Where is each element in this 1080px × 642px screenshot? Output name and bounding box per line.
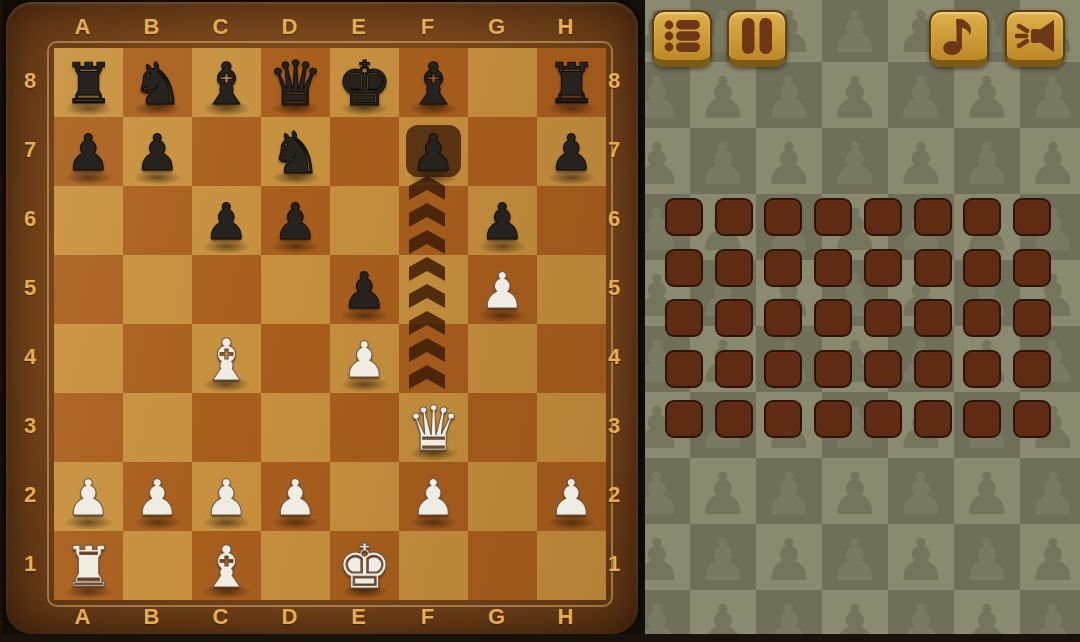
- bg-pawn-tile: ♟: [756, 128, 822, 194]
- black-pawn-b7[interactable]: ♟: [123, 117, 192, 186]
- pawn-glyph: ♟: [261, 465, 330, 531]
- file-label-top-g: G: [462, 14, 531, 40]
- captured-slot: [914, 350, 952, 388]
- captured-slot: [764, 350, 802, 388]
- file-label-bottom-d: D: [255, 604, 324, 630]
- captured-slot: [715, 400, 753, 438]
- bishop-glyph: ♝: [192, 51, 261, 117]
- pawn-glyph: ♟: [399, 120, 468, 186]
- black-knight-d7[interactable]: ♞: [261, 117, 330, 186]
- rank-label-left-7: 7: [16, 115, 44, 184]
- bg-pawn-tile: ♟: [822, 0, 888, 62]
- knight-glyph: ♞: [261, 120, 330, 186]
- white-pawn-f2[interactable]: ♟: [399, 462, 468, 531]
- pawn-glyph: ♟: [192, 189, 261, 255]
- pawn-glyph: ♟: [468, 189, 537, 255]
- captured-slot: [814, 299, 852, 337]
- king-glyph: ♚: [330, 534, 399, 600]
- pawn-glyph: ♟: [192, 465, 261, 531]
- file-label-top-f: F: [393, 14, 462, 40]
- pawn-silhouette-icon: ♟: [645, 62, 690, 128]
- rook-glyph: ♜: [537, 51, 606, 117]
- file-label-bottom-g: G: [462, 604, 531, 630]
- rank-label-left-2: 2: [16, 460, 44, 529]
- side-panel: ♟♟♟♟♟♟♟♟♟♟♟♟♟♟♟♟♟♟♟♟♟♟♟♟♟♟♟♟♟♟♟♟♟♟♟♟♟♟♟♟…: [645, 0, 1080, 642]
- captured-slot: [1013, 249, 1051, 287]
- pawn-glyph: ♟: [537, 465, 606, 531]
- white-pawn-d2[interactable]: ♟: [261, 462, 330, 531]
- black-pawn-d6[interactable]: ♟: [261, 186, 330, 255]
- white-rook-a1[interactable]: ♜: [54, 531, 123, 600]
- white-pawn-g5[interactable]: ♟: [468, 255, 537, 324]
- file-label-top-e: E: [324, 14, 393, 40]
- black-rook-a8[interactable]: ♜: [54, 48, 123, 117]
- black-queen-d8[interactable]: ♛: [261, 48, 330, 117]
- pawn-silhouette-icon: ♟: [1020, 128, 1080, 194]
- captured-slot: [914, 249, 952, 287]
- pawn-silhouette-icon: ♟: [822, 62, 888, 128]
- captured-slot: [963, 400, 1001, 438]
- bg-pawn-tile: ♟: [690, 62, 756, 128]
- bg-pawn-tile: ♟: [888, 62, 954, 128]
- bg-pawn-tile: ♟: [954, 524, 1020, 590]
- bg-pawn-tile: ♟: [645, 524, 690, 590]
- menu-button[interactable]: [652, 10, 712, 67]
- rank-label-left-8: 8: [16, 46, 44, 115]
- pieces-layer: ♜♞♝♛♚♝♜♟♟♞♟♟♟♟♟♟♟♝♟♛♟♟♟♟♟♟♜♝♚: [54, 48, 606, 600]
- bg-pawn-tile: ♟: [690, 458, 756, 524]
- black-king-e8[interactable]: ♚: [330, 48, 399, 117]
- pawn-silhouette-icon: ♟: [888, 128, 954, 194]
- rank-label-left-3: 3: [16, 391, 44, 460]
- bg-pawn-tile: ♟: [645, 62, 690, 128]
- captured-slot: [814, 400, 852, 438]
- pawn-glyph: ♟: [330, 327, 399, 393]
- pawn-silhouette-icon: ♟: [645, 128, 690, 194]
- pawn-silhouette-icon: ♟: [1020, 62, 1080, 128]
- pawn-silhouette-icon: ♟: [822, 524, 888, 590]
- pawn-silhouette-icon: ♟: [822, 128, 888, 194]
- captured-slot: [814, 198, 852, 236]
- white-pawn-e4[interactable]: ♟: [330, 324, 399, 393]
- pawn-silhouette-icon: ♟: [690, 524, 756, 590]
- black-bishop-f8[interactable]: ♝: [399, 48, 468, 117]
- captured-slot: [715, 299, 753, 337]
- sound-button[interactable]: [1005, 10, 1065, 67]
- chess-app: AABBCCDDEEFFGGHH8877665544332211 ♜♞♝♛♚♝♜…: [0, 0, 1080, 642]
- file-label-bottom-e: E: [324, 604, 393, 630]
- captured-slot: [715, 249, 753, 287]
- bg-pawn-tile: ♟: [888, 524, 954, 590]
- pawn-silhouette-icon: ♟: [756, 128, 822, 194]
- bishop-glyph: ♝: [192, 327, 261, 393]
- captured-slot: [864, 350, 902, 388]
- rook-glyph: ♜: [54, 51, 123, 117]
- captured-slot: [963, 299, 1001, 337]
- rank-label-left-4: 4: [16, 322, 44, 391]
- bg-pawn-tile: ♟: [1020, 128, 1080, 194]
- captured-slot: [715, 198, 753, 236]
- bishop-glyph: ♝: [192, 534, 261, 600]
- bg-pawn-tile: ♟: [756, 62, 822, 128]
- board-frame: AABBCCDDEEFFGGHH8877665544332211 ♜♞♝♛♚♝♜…: [6, 2, 638, 634]
- black-pawn-c6[interactable]: ♟: [192, 186, 261, 255]
- file-label-top-c: C: [186, 14, 255, 40]
- captured-slot: [764, 249, 802, 287]
- captured-slot: [814, 350, 852, 388]
- list-icon: [662, 16, 702, 56]
- pawn-silhouette-icon: ♟: [645, 524, 690, 590]
- black-pawn-a7[interactable]: ♟: [54, 117, 123, 186]
- pawn-silhouette-icon: ♟: [954, 458, 1020, 524]
- captured-slot: [914, 198, 952, 236]
- white-pawn-h2[interactable]: ♟: [537, 462, 606, 531]
- pawn-silhouette-icon: ♟: [888, 62, 954, 128]
- queen-glyph: ♛: [261, 51, 330, 117]
- captured-slot: [715, 350, 753, 388]
- captured-slot: [764, 198, 802, 236]
- pawn-silhouette-icon: ♟: [954, 62, 1020, 128]
- bg-pawn-tile: ♟: [1020, 524, 1080, 590]
- file-label-bottom-f: F: [393, 604, 462, 630]
- pawn-silhouette-icon: ♟: [954, 524, 1020, 590]
- white-pawn-a2[interactable]: ♟: [54, 462, 123, 531]
- pawn-silhouette-icon: ♟: [756, 62, 822, 128]
- file-label-bottom-b: B: [117, 604, 186, 630]
- pawn-silhouette-icon: ♟: [690, 62, 756, 128]
- pawn-glyph: ♟: [399, 465, 468, 531]
- bg-pawn-tile: ♟: [690, 524, 756, 590]
- rank-label-left-6: 6: [16, 184, 44, 253]
- king-glyph: ♚: [330, 51, 399, 117]
- knight-glyph: ♞: [123, 51, 192, 117]
- bg-pawn-tile: ♟: [822, 62, 888, 128]
- captured-slot: [1013, 198, 1051, 236]
- pawn-silhouette-icon: ♟: [645, 458, 690, 524]
- white-bishop-c1[interactable]: ♝: [192, 531, 261, 600]
- pawn-silhouette-icon: ♟: [690, 128, 756, 194]
- bottom-edge-bar: [0, 634, 1080, 642]
- captured-slot: [864, 400, 902, 438]
- speaker-icon: [1014, 15, 1056, 57]
- bg-pawn-tile: ♟: [954, 458, 1020, 524]
- file-label-bottom-a: A: [48, 604, 117, 630]
- pawn-silhouette-icon: ♟: [1020, 458, 1080, 524]
- pawn-glyph: ♟: [54, 465, 123, 531]
- bg-pawn-tile: ♟: [822, 524, 888, 590]
- black-knight-b8[interactable]: ♞: [123, 48, 192, 117]
- captured-slot: [764, 299, 802, 337]
- bishop-glyph: ♝: [399, 51, 468, 117]
- rank-label-left-5: 5: [16, 253, 44, 322]
- bg-pawn-tile: ♟: [1020, 458, 1080, 524]
- bg-pawn-tile: ♟: [1020, 62, 1080, 128]
- white-pawn-c2[interactable]: ♟: [192, 462, 261, 531]
- bg-pawn-tile: ♟: [756, 524, 822, 590]
- bg-pawn-tile: ♟: [690, 128, 756, 194]
- captured-slot: [963, 249, 1001, 287]
- pawn-glyph: ♟: [537, 120, 606, 186]
- pawn-silhouette-icon: ♟: [756, 458, 822, 524]
- bg-pawn-tile: ♟: [645, 458, 690, 524]
- captured-slot: [1013, 400, 1051, 438]
- pawn-silhouette-icon: ♟: [1020, 524, 1080, 590]
- black-pawn-f7[interactable]: ♟: [399, 117, 468, 186]
- white-queen-f3[interactable]: ♛: [399, 393, 468, 462]
- pawn-silhouette-icon: ♟: [888, 524, 954, 590]
- captured-slot: [1013, 299, 1051, 337]
- rank-label-left-1: 1: [16, 529, 44, 598]
- pawn-silhouette-icon: ♟: [756, 524, 822, 590]
- captured-slot: [963, 350, 1001, 388]
- pawn-glyph: ♟: [468, 258, 537, 324]
- pawn-glyph: ♟: [123, 465, 192, 531]
- captured-slot: [814, 249, 852, 287]
- captured-slot: [665, 249, 703, 287]
- file-label-top-h: H: [531, 14, 600, 40]
- queen-glyph: ♛: [399, 396, 468, 462]
- pawn-silhouette-icon: ♟: [888, 458, 954, 524]
- captured-slot: [914, 400, 952, 438]
- bg-pawn-tile: ♟: [888, 458, 954, 524]
- captured-slot: [963, 198, 1001, 236]
- pawn-silhouette-icon: ♟: [822, 458, 888, 524]
- captured-slot: [665, 299, 703, 337]
- bg-pawn-tile: ♟: [888, 128, 954, 194]
- file-label-bottom-h: H: [531, 604, 600, 630]
- captured-slot: [665, 198, 703, 236]
- pawn-glyph: ♟: [123, 120, 192, 186]
- pawn-glyph: ♟: [261, 189, 330, 255]
- music-button[interactable]: [929, 10, 989, 67]
- black-rook-h8[interactable]: ♜: [537, 48, 606, 117]
- captured-slot: [864, 198, 902, 236]
- pawn-glyph: ♟: [330, 258, 399, 324]
- pause-icon: [738, 16, 776, 56]
- captured-slot: [764, 400, 802, 438]
- captured-slot: [864, 299, 902, 337]
- pawn-silhouette-icon: ♟: [690, 458, 756, 524]
- white-king-e1[interactable]: ♚: [330, 531, 399, 600]
- bg-pawn-tile: ♟: [756, 458, 822, 524]
- captured-slot: [665, 400, 703, 438]
- black-pawn-g6[interactable]: ♟: [468, 186, 537, 255]
- file-label-bottom-c: C: [186, 604, 255, 630]
- white-bishop-c4[interactable]: ♝: [192, 324, 261, 393]
- bg-pawn-tile: ♟: [645, 128, 690, 194]
- pawn-silhouette-icon: ♟: [822, 0, 888, 62]
- file-label-top-a: A: [48, 14, 117, 40]
- pause-button[interactable]: [727, 10, 787, 67]
- captured-slot: [665, 350, 703, 388]
- black-pawn-e5[interactable]: ♟: [330, 255, 399, 324]
- bg-pawn-tile: ♟: [822, 458, 888, 524]
- file-label-top-b: B: [117, 14, 186, 40]
- bg-pawn-tile: ♟: [822, 128, 888, 194]
- music-note-icon: [939, 15, 979, 57]
- captured-slot: [914, 299, 952, 337]
- captured-slot: [1013, 350, 1051, 388]
- black-pawn-h7[interactable]: ♟: [537, 117, 606, 186]
- file-label-top-d: D: [255, 14, 324, 40]
- bg-pawn-tile: ♟: [954, 128, 1020, 194]
- pawn-glyph: ♟: [54, 120, 123, 186]
- white-pawn-b2[interactable]: ♟: [123, 462, 192, 531]
- rook-glyph: ♜: [54, 534, 123, 600]
- black-bishop-c8[interactable]: ♝: [192, 48, 261, 117]
- bg-pawn-tile: ♟: [954, 62, 1020, 128]
- captured-slot: [864, 249, 902, 287]
- pawn-silhouette-icon: ♟: [954, 128, 1020, 194]
